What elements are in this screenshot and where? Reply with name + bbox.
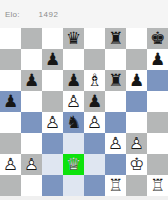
black-pawn: ♟ (147, 49, 168, 70)
square-g5[interactable] (126, 91, 147, 112)
square-c1[interactable] (42, 175, 63, 196)
black-king: ♚ (147, 28, 168, 49)
square-d2[interactable]: ♛♕ (63, 154, 84, 175)
white-pawn: ♟♙ (84, 112, 105, 133)
black-pawn: ♟ (42, 49, 63, 70)
square-b5[interactable] (21, 91, 42, 112)
black-queen: ♛ (63, 28, 84, 49)
square-d5[interactable]: ♟♙ (63, 91, 84, 112)
elo-value: 1492 (39, 10, 59, 19)
square-g8[interactable] (126, 28, 147, 49)
square-d8[interactable]: ♛ (63, 28, 84, 49)
square-f2[interactable] (105, 154, 126, 175)
square-h7[interactable]: ♟ (147, 49, 168, 70)
square-g3[interactable]: ♟♙ (126, 133, 147, 154)
square-e7[interactable] (84, 49, 105, 70)
black-pawn: ♟ (0, 91, 21, 112)
square-c8[interactable] (42, 28, 63, 49)
square-g1[interactable] (126, 175, 147, 196)
white-queen: ♛♕ (63, 154, 84, 175)
square-h4[interactable] (147, 112, 168, 133)
square-f6[interactable]: ♜ (105, 70, 126, 91)
square-c6[interactable] (42, 70, 63, 91)
square-f4[interactable] (105, 112, 126, 133)
black-pawn: ♟ (126, 70, 147, 91)
square-a4[interactable] (0, 112, 21, 133)
square-b2[interactable]: ♟♙ (21, 154, 42, 175)
square-e8[interactable] (84, 28, 105, 49)
square-e2[interactable] (84, 154, 105, 175)
square-g4[interactable] (126, 112, 147, 133)
square-f5[interactable] (105, 91, 126, 112)
square-g2[interactable]: ♚♔ (126, 154, 147, 175)
square-a3[interactable] (0, 133, 21, 154)
white-king: ♚♔ (126, 154, 147, 175)
square-a8[interactable] (0, 28, 21, 49)
square-f8[interactable]: ♜ (105, 28, 126, 49)
white-rook: ♜♖ (147, 175, 168, 196)
board-bottom-margin (0, 196, 168, 200)
square-a6[interactable] (0, 70, 21, 91)
white-rook: ♜♖ (105, 175, 126, 196)
black-knight: ♞ (63, 112, 84, 133)
square-b7[interactable] (21, 49, 42, 70)
elo-label: Elo: (5, 10, 20, 19)
white-pawn: ♟♙ (126, 133, 147, 154)
black-rook: ♜ (105, 28, 126, 49)
chess-board: ♛♜♚♟♟♟♟♝♗♜♟♟♟♙♟♟♙♞♟♙♟♙♟♙♟♙♟♙♛♕♚♔♜♖♜♖ (0, 28, 168, 196)
black-pawn: ♟ (21, 70, 42, 91)
square-c4[interactable]: ♟♙ (42, 112, 63, 133)
square-g7[interactable] (126, 49, 147, 70)
white-pawn: ♟♙ (21, 154, 42, 175)
square-a5[interactable]: ♟ (0, 91, 21, 112)
black-rook: ♜ (105, 70, 126, 91)
square-c3[interactable] (42, 133, 63, 154)
square-e4[interactable]: ♟♙ (84, 112, 105, 133)
square-d3[interactable] (63, 133, 84, 154)
square-c7[interactable]: ♟ (42, 49, 63, 70)
square-h2[interactable] (147, 154, 168, 175)
white-pawn: ♟♙ (63, 91, 84, 112)
square-h8[interactable]: ♚ (147, 28, 168, 49)
square-c5[interactable] (42, 91, 63, 112)
header-bar: Elo: 1492 (0, 0, 168, 28)
square-f3[interactable]: ♟♙ (105, 133, 126, 154)
white-pawn: ♟♙ (0, 154, 21, 175)
black-pawn: ♟ (84, 91, 105, 112)
square-g6[interactable]: ♟ (126, 70, 147, 91)
square-f1[interactable]: ♜♖ (105, 175, 126, 196)
square-a7[interactable] (0, 49, 21, 70)
white-pawn: ♟♙ (42, 112, 63, 133)
square-h5[interactable] (147, 91, 168, 112)
square-b4[interactable] (21, 112, 42, 133)
square-c2[interactable] (42, 154, 63, 175)
square-d6[interactable]: ♟ (63, 70, 84, 91)
square-h6[interactable] (147, 70, 168, 91)
square-d7[interactable] (63, 49, 84, 70)
square-h3[interactable] (147, 133, 168, 154)
white-pawn: ♟♙ (105, 133, 126, 154)
chess-app-window: Elo: 1492 ♛♜♚♟♟♟♟♝♗♜♟♟♟♙♟♟♙♞♟♙♟♙♟♙♟♙♟♙♛♕… (0, 0, 168, 200)
black-pawn: ♟ (63, 70, 84, 91)
square-e5[interactable]: ♟ (84, 91, 105, 112)
square-d1[interactable] (63, 175, 84, 196)
square-b1[interactable] (21, 175, 42, 196)
square-e3[interactable] (84, 133, 105, 154)
square-d4[interactable]: ♞ (63, 112, 84, 133)
square-b8[interactable] (21, 28, 42, 49)
square-b6[interactable]: ♟ (21, 70, 42, 91)
square-h1[interactable]: ♜♖ (147, 175, 168, 196)
square-b3[interactable] (21, 133, 42, 154)
square-a2[interactable]: ♟♙ (0, 154, 21, 175)
white-bishop: ♝♗ (84, 70, 105, 91)
square-f7[interactable] (105, 49, 126, 70)
square-e6[interactable]: ♝♗ (84, 70, 105, 91)
square-a1[interactable] (0, 175, 21, 196)
square-e1[interactable] (84, 175, 105, 196)
